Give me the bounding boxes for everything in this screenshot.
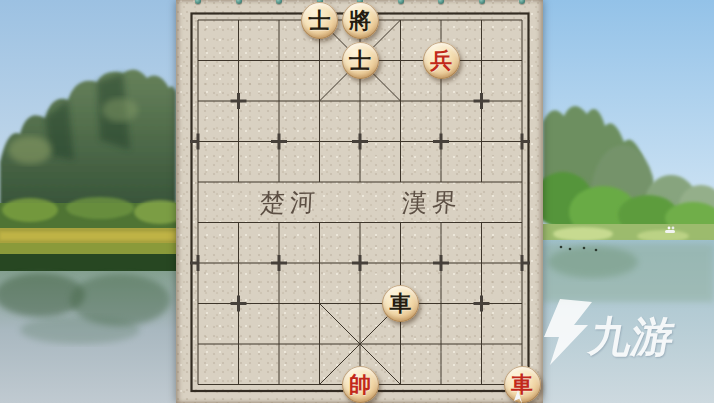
board-stud	[236, 0, 242, 4]
piece-character: 士	[349, 42, 371, 79]
piece-character: 兵	[430, 42, 452, 79]
piece-character: 士	[309, 2, 331, 39]
board-stud	[398, 0, 404, 4]
black-advisor-piece[interactable]: 士	[342, 42, 379, 79]
background-landscape-left	[0, 0, 176, 403]
red-chariot-piece[interactable]: 車	[504, 366, 541, 403]
piece-character: 車	[390, 285, 412, 322]
piece-character: 將	[349, 2, 371, 39]
board-stud	[479, 0, 485, 4]
black-chariot-piece[interactable]: 車	[382, 285, 419, 322]
background-landscape-right	[543, 0, 714, 403]
game-screen: 楚河 漢界 士將士兵車帥車 九游	[0, 0, 714, 403]
black-advisor-piece[interactable]: 士	[301, 2, 338, 39]
river-label-chu: 楚河	[259, 189, 320, 215]
river-label-han: 漢界	[401, 189, 462, 215]
red-soldier-piece[interactable]: 兵	[423, 42, 460, 79]
piece-character: 帥	[349, 366, 371, 403]
black-general-piece[interactable]: 將	[342, 2, 379, 39]
red-general-piece[interactable]: 帥	[342, 366, 379, 403]
piece-character: 車	[511, 366, 533, 403]
xiangqi-board-panel: 楚河 漢界 士將士兵車帥車	[176, 0, 543, 403]
